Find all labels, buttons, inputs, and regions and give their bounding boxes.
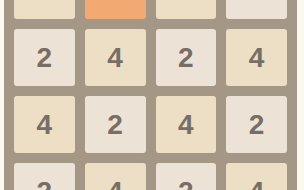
- tile-r1c2: 8: [85, 0, 146, 19]
- tile-r4c4: 4: [226, 163, 287, 190]
- tile-r1c3: 4: [156, 0, 217, 19]
- tile-r2c3: 2: [156, 29, 217, 86]
- tile-r1c1: 4: [14, 0, 75, 19]
- tile-r2c2: 4: [85, 29, 146, 86]
- tile-r4c1: 2: [14, 163, 75, 190]
- tile-r2c1: 2: [14, 29, 75, 86]
- game-2048-viewport: 4842242442422424: [0, 0, 304, 190]
- tile-r3c4: 2: [226, 96, 287, 153]
- tile-r4c2: 4: [85, 163, 146, 190]
- tile-r3c3: 4: [156, 96, 217, 153]
- tile-r3c2: 2: [85, 96, 146, 153]
- tile-r3c1: 4: [14, 96, 75, 153]
- board-2048[interactable]: 4842242442422424: [4, 0, 297, 190]
- page: { "game": "2048", "position": { "notatio…: [0, 0, 304, 190]
- tile-r1c4: 2: [226, 0, 287, 19]
- tile-r4c3: 2: [156, 163, 217, 190]
- tile-r2c4: 4: [226, 29, 287, 86]
